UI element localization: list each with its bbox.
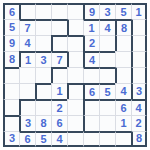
- cell-r6c4[interactable]: 1: [51, 83, 67, 99]
- cell-r3c4[interactable]: [51, 35, 67, 51]
- cell-r3c3[interactable]: [35, 35, 51, 51]
- cell-r3c6[interactable]: 2: [83, 35, 99, 51]
- given-digit: 3: [25, 118, 31, 129]
- cell-r2c1[interactable]: 5: [3, 19, 19, 35]
- cell-r8c7[interactable]: [99, 115, 115, 131]
- cell-r3c7[interactable]: [99, 35, 115, 51]
- given-digit: 8: [136, 133, 142, 144]
- cell-r6c2[interactable]: [19, 83, 35, 99]
- cell-r2c3[interactable]: [35, 19, 51, 35]
- given-digit: 4: [120, 86, 126, 97]
- cell-r1c1[interactable]: 6: [3, 3, 19, 19]
- cell-r8c2[interactable]: 3: [19, 115, 35, 131]
- cell-r9c5[interactable]: [67, 131, 83, 147]
- given-digit: 4: [104, 23, 110, 34]
- given-digit: 3: [40, 55, 46, 66]
- cell-r9c8[interactable]: [115, 131, 131, 147]
- cell-r2c7[interactable]: 4: [99, 19, 115, 35]
- cell-r3c8[interactable]: [115, 35, 131, 51]
- cell-r9c9[interactable]: 8: [131, 131, 147, 147]
- given-digit: 4: [135, 103, 141, 114]
- given-digit: 5: [104, 87, 110, 98]
- cell-r7c7[interactable]: [99, 99, 115, 115]
- cell-r3c1[interactable]: 9: [3, 35, 19, 51]
- cell-r3c2[interactable]: 4: [19, 35, 35, 51]
- cell-r5c4[interactable]: [51, 67, 67, 83]
- given-digit: 3: [136, 86, 142, 97]
- cell-r1c6[interactable]: 9: [83, 3, 99, 19]
- cell-r8c1[interactable]: [3, 115, 19, 131]
- cell-r6c9[interactable]: 3: [131, 83, 147, 99]
- cell-r1c9[interactable]: 1: [131, 3, 147, 19]
- cell-r8c6[interactable]: [83, 115, 99, 131]
- given-digit: 2: [89, 38, 95, 49]
- cell-r5c7[interactable]: [99, 67, 115, 83]
- cell-r9c2[interactable]: 6: [19, 131, 35, 147]
- cell-r1c3[interactable]: [35, 3, 51, 19]
- cell-r8c9[interactable]: 2: [131, 115, 147, 131]
- cell-r4c3[interactable]: 3: [35, 51, 51, 67]
- cell-r9c7[interactable]: [99, 131, 115, 147]
- cell-r4c5[interactable]: [67, 51, 83, 67]
- given-digit: 6: [24, 134, 30, 145]
- given-digit: 1: [120, 118, 126, 129]
- cell-r7c1[interactable]: [3, 99, 19, 115]
- cell-r5c5[interactable]: [67, 67, 83, 83]
- given-digit: 5: [120, 7, 126, 18]
- cell-r9c3[interactable]: 5: [35, 131, 51, 147]
- given-digit: 7: [56, 55, 62, 66]
- cell-r6c3[interactable]: [35, 83, 51, 99]
- cell-r8c5[interactable]: [67, 115, 83, 131]
- cell-r4c6[interactable]: 4: [83, 51, 99, 67]
- given-digit: 2: [56, 103, 62, 114]
- cell-r6c1[interactable]: [3, 83, 19, 99]
- cell-r5c1[interactable]: [3, 67, 19, 83]
- cell-r4c8[interactable]: [115, 51, 131, 67]
- given-digit: 7: [24, 23, 30, 34]
- cell-r2c2[interactable]: 7: [19, 19, 35, 35]
- cell-r5c6[interactable]: [83, 67, 99, 83]
- cell-r9c1[interactable]: 3: [3, 131, 19, 147]
- cell-r8c8[interactable]: 1: [115, 115, 131, 131]
- cell-r1c2[interactable]: [19, 3, 35, 19]
- given-digit: 1: [135, 7, 141, 18]
- cell-r2c8[interactable]: 8: [115, 19, 131, 35]
- given-digit: 5: [40, 134, 46, 145]
- cell-r3c9[interactable]: [131, 35, 147, 51]
- cell-r1c8[interactable]: 5: [115, 3, 131, 19]
- cell-r5c3[interactable]: [35, 67, 51, 83]
- cell-r7c2[interactable]: [19, 99, 35, 115]
- given-digit: 4: [56, 134, 62, 145]
- cell-r6c5[interactable]: [67, 83, 83, 99]
- given-digit: 1: [56, 86, 62, 97]
- cell-r8c4[interactable]: 6: [51, 115, 67, 131]
- given-digit: 4: [89, 55, 95, 66]
- given-digit: 3: [9, 133, 15, 144]
- cell-r7c3[interactable]: [35, 99, 51, 115]
- given-digit: 5: [9, 22, 15, 33]
- cell-r7c9[interactable]: 4: [131, 99, 147, 115]
- given-digit: 4: [24, 38, 30, 49]
- cell-r4c9[interactable]: [131, 51, 147, 67]
- given-digit: 6: [56, 118, 62, 129]
- given-digit: 1: [88, 23, 94, 34]
- sudoku-board: 693515714894281374165432643861236548: [3, 3, 147, 147]
- cell-r1c5[interactable]: [67, 3, 83, 19]
- cell-r5c2[interactable]: [19, 67, 35, 83]
- given-digit: 6: [89, 87, 95, 98]
- given-digit: 8: [121, 23, 127, 34]
- cell-r6c8[interactable]: 4: [115, 83, 131, 99]
- cell-r2c9[interactable]: [131, 19, 147, 35]
- given-digit: 9: [9, 38, 15, 49]
- cell-r2c5[interactable]: [67, 19, 83, 35]
- cell-r1c7[interactable]: 3: [99, 3, 115, 19]
- cell-r8c3[interactable]: 8: [35, 115, 51, 131]
- cell-r7c4[interactable]: 2: [51, 99, 67, 115]
- given-digit: 3: [104, 7, 110, 18]
- cell-r9c4[interactable]: 4: [51, 131, 67, 147]
- cell-r6c6[interactable]: 6: [83, 83, 99, 99]
- cell-r4c4[interactable]: 7: [51, 51, 67, 67]
- cell-r4c7[interactable]: [99, 51, 115, 67]
- cell-r2c4[interactable]: [51, 19, 67, 35]
- given-digit: 2: [135, 118, 141, 129]
- given-digit: 1: [25, 55, 31, 66]
- cell-r4c1[interactable]: 8: [3, 51, 19, 67]
- cell-r7c5[interactable]: [67, 99, 83, 115]
- sudoku-app: 693515714894281374165432643861236548: [0, 0, 150, 150]
- cell-r7c6[interactable]: [83, 99, 99, 115]
- cell-r5c8[interactable]: [115, 67, 131, 83]
- cell-r4c2[interactable]: 1: [19, 51, 35, 67]
- cell-r5c9[interactable]: [131, 67, 147, 83]
- cell-r2c6[interactable]: 1: [83, 19, 99, 35]
- cell-r9c6[interactable]: [83, 131, 99, 147]
- given-digit: 9: [89, 7, 95, 18]
- given-digit: 8: [9, 54, 15, 65]
- given-digit: 6: [9, 7, 15, 18]
- given-digit: 8: [40, 118, 46, 129]
- cell-r3c5[interactable]: [67, 35, 83, 51]
- cell-r6c7[interactable]: 5: [99, 83, 115, 99]
- cell-r7c8[interactable]: 6: [115, 99, 131, 115]
- cell-r1c4[interactable]: [51, 3, 67, 19]
- given-digit: 6: [120, 103, 126, 114]
